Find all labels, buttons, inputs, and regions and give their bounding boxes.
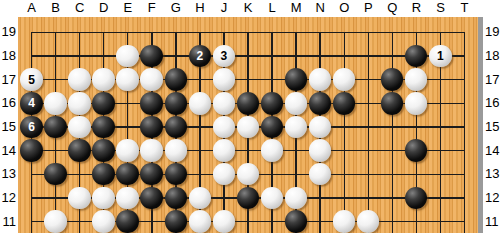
- stone-black[interactable]: [237, 92, 260, 115]
- stone-black[interactable]: [405, 45, 428, 68]
- board-intersection[interactable]: [19, 186, 43, 210]
- stone-white[interactable]: [189, 92, 212, 115]
- board-intersection[interactable]: [188, 210, 212, 233]
- board-intersection[interactable]: [68, 91, 92, 115]
- board-intersection[interactable]: [236, 68, 260, 92]
- board-intersection[interactable]: [332, 186, 356, 210]
- board-intersection[interactable]: [164, 210, 188, 233]
- board-intersection[interactable]: [19, 20, 43, 44]
- stone-black[interactable]: [285, 210, 308, 233]
- board-intersection[interactable]: [212, 20, 236, 44]
- board-intersection[interactable]: 6: [19, 115, 43, 139]
- board-intersection[interactable]: [308, 91, 332, 115]
- stone-black[interactable]: [44, 116, 67, 139]
- stone-black[interactable]: [237, 187, 260, 210]
- stone-black[interactable]: [405, 187, 428, 210]
- column-label: S: [429, 0, 453, 16]
- board-intersection[interactable]: [116, 162, 140, 186]
- stone-white[interactable]: [213, 139, 236, 162]
- stone-white[interactable]: [285, 116, 308, 139]
- stone-white[interactable]: [309, 139, 332, 162]
- board-intersection[interactable]: [44, 162, 68, 186]
- stone-black[interactable]: [92, 163, 115, 186]
- stone-white[interactable]: [92, 210, 115, 233]
- board-intersection[interactable]: [332, 115, 356, 139]
- board-intersection[interactable]: [44, 115, 68, 139]
- board-intersection[interactable]: [284, 139, 308, 163]
- board-intersection[interactable]: 4: [19, 91, 43, 115]
- board-intersection[interactable]: [236, 91, 260, 115]
- board-intersection[interactable]: [236, 44, 260, 68]
- column-label: K: [236, 0, 260, 16]
- board-intersection[interactable]: [332, 162, 356, 186]
- row-label-right: 12: [485, 190, 500, 206]
- board-intersection[interactable]: [260, 186, 284, 210]
- stone-white[interactable]: [189, 187, 212, 210]
- row-label-right: 17: [485, 72, 500, 88]
- stone-black[interactable]: [285, 68, 308, 91]
- board-intersection[interactable]: [44, 91, 68, 115]
- board-intersection[interactable]: [68, 44, 92, 68]
- board-intersection[interactable]: [92, 91, 116, 115]
- board-intersection[interactable]: [164, 162, 188, 186]
- board-intersection[interactable]: [188, 91, 212, 115]
- board-intersection[interactable]: [92, 44, 116, 68]
- column-label: D: [92, 0, 116, 16]
- board-intersection[interactable]: [332, 44, 356, 68]
- board-intersection[interactable]: [428, 186, 452, 210]
- board-intersection[interactable]: [332, 68, 356, 92]
- board-intersection[interactable]: [284, 162, 308, 186]
- board-intersection[interactable]: [284, 186, 308, 210]
- board-intersection[interactable]: [116, 68, 140, 92]
- stone-black[interactable]: [140, 92, 163, 115]
- board-intersection[interactable]: [428, 139, 452, 163]
- stone-white[interactable]: [213, 210, 236, 233]
- stone-black[interactable]: 6: [20, 116, 43, 139]
- stone-white[interactable]: [237, 163, 260, 186]
- board-intersection[interactable]: [92, 115, 116, 139]
- board-intersection[interactable]: [44, 139, 68, 163]
- board-intersection[interactable]: [236, 115, 260, 139]
- board-intersection[interactable]: [284, 115, 308, 139]
- stone-black[interactable]: [116, 163, 139, 186]
- stone-white[interactable]: [405, 92, 428, 115]
- board-intersection[interactable]: [19, 162, 43, 186]
- board-intersection[interactable]: [212, 91, 236, 115]
- board-intersection[interactable]: [260, 91, 284, 115]
- move-number: 4: [28, 97, 35, 109]
- column-label: P: [356, 0, 380, 16]
- board-intersection[interactable]: [356, 44, 380, 68]
- column-label: H: [188, 0, 212, 16]
- column-label: G: [164, 0, 188, 16]
- stone-black[interactable]: [261, 92, 284, 115]
- board-intersection[interactable]: [68, 20, 92, 44]
- board-intersection[interactable]: [68, 162, 92, 186]
- board-intersection[interactable]: [140, 68, 164, 92]
- stone-black[interactable]: [140, 187, 163, 210]
- board-intersection[interactable]: 1: [428, 44, 452, 68]
- board-intersection[interactable]: [380, 139, 404, 163]
- board-intersection[interactable]: [452, 44, 476, 68]
- stone-white[interactable]: [237, 116, 260, 139]
- board-intersection[interactable]: [188, 68, 212, 92]
- stone-white[interactable]: [261, 187, 284, 210]
- stone-white[interactable]: [405, 68, 428, 91]
- stone-white[interactable]: [309, 163, 332, 186]
- board-intersection[interactable]: [164, 186, 188, 210]
- board-intersection[interactable]: [188, 139, 212, 163]
- stone-white[interactable]: [213, 92, 236, 115]
- stone-white[interactable]: [116, 187, 139, 210]
- board-intersection[interactable]: [284, 210, 308, 233]
- board-intersection[interactable]: [212, 115, 236, 139]
- board-intersection[interactable]: [260, 210, 284, 233]
- stone-black[interactable]: [333, 92, 356, 115]
- board-intersection[interactable]: [356, 162, 380, 186]
- board-intersection[interactable]: [356, 210, 380, 233]
- board-intersection[interactable]: [308, 139, 332, 163]
- board-intersection[interactable]: 5: [19, 68, 43, 92]
- board-intersection[interactable]: [19, 139, 43, 163]
- board-intersection[interactable]: [452, 20, 476, 44]
- board-intersection[interactable]: [404, 115, 428, 139]
- stone-black[interactable]: [44, 163, 67, 186]
- board-intersection[interactable]: [404, 139, 428, 163]
- board-intersection[interactable]: [452, 91, 476, 115]
- board-edge-shadow: [478, 17, 484, 233]
- board-intersection[interactable]: [188, 162, 212, 186]
- board-intersection[interactable]: [116, 115, 140, 139]
- board-intersection[interactable]: [380, 115, 404, 139]
- board-intersection[interactable]: [212, 210, 236, 233]
- board-intersection[interactable]: [19, 210, 43, 233]
- board-intersection[interactable]: [116, 44, 140, 68]
- board-intersection[interactable]: [356, 115, 380, 139]
- stone-black[interactable]: [68, 139, 91, 162]
- board-intersection[interactable]: [212, 139, 236, 163]
- board-intersection[interactable]: [428, 68, 452, 92]
- row-label-left: 17: [0, 72, 16, 88]
- column-label: E: [116, 0, 140, 16]
- board-intersection[interactable]: [140, 44, 164, 68]
- stone-black[interactable]: [381, 92, 404, 115]
- board-intersection[interactable]: [404, 91, 428, 115]
- board-intersection[interactable]: [404, 162, 428, 186]
- stone-black[interactable]: [309, 92, 332, 115]
- board-intersection[interactable]: [260, 20, 284, 44]
- stone-white[interactable]: 1: [429, 45, 452, 68]
- board-intersection[interactable]: [92, 139, 116, 163]
- board-intersection[interactable]: [68, 115, 92, 139]
- board-intersection[interactable]: [68, 139, 92, 163]
- stone-white[interactable]: [68, 68, 91, 91]
- board-intersection[interactable]: [212, 162, 236, 186]
- board-intersection[interactable]: [332, 139, 356, 163]
- board-intersection[interactable]: [116, 139, 140, 163]
- stone-white[interactable]: [285, 187, 308, 210]
- move-number: 3: [221, 50, 228, 62]
- stone-white[interactable]: [333, 210, 356, 233]
- column-label: T: [453, 0, 477, 16]
- stone-black[interactable]: [165, 68, 188, 91]
- board-intersection[interactable]: [116, 186, 140, 210]
- stone-white[interactable]: [309, 68, 332, 91]
- board-intersection[interactable]: [140, 210, 164, 233]
- column-label: Q: [380, 0, 404, 16]
- board-intersection[interactable]: [188, 186, 212, 210]
- stone-white[interactable]: [285, 92, 308, 115]
- board-intersection[interactable]: [380, 162, 404, 186]
- board-intersection[interactable]: [212, 68, 236, 92]
- board-intersection[interactable]: [284, 44, 308, 68]
- column-label: O: [332, 0, 356, 16]
- board-intersection[interactable]: [92, 210, 116, 233]
- go-app-screenshot: ABCDEFGHJKLMNOPQRST191918181717161615151…: [0, 0, 500, 233]
- stone-white[interactable]: [44, 92, 67, 115]
- row-label-left: 18: [0, 48, 16, 64]
- stone-black[interactable]: [165, 92, 188, 115]
- stone-white[interactable]: [116, 68, 139, 91]
- board-intersection[interactable]: [188, 20, 212, 44]
- board-intersection[interactable]: [92, 186, 116, 210]
- row-label-left: 16: [0, 95, 16, 111]
- stone-black[interactable]: [165, 210, 188, 233]
- board-intersection[interactable]: [44, 210, 68, 233]
- column-label: B: [44, 0, 68, 16]
- board-intersection[interactable]: [140, 91, 164, 115]
- board-intersection[interactable]: [164, 91, 188, 115]
- row-label-left: 12: [0, 190, 16, 206]
- board-intersection[interactable]: [260, 162, 284, 186]
- board-intersection[interactable]: [92, 20, 116, 44]
- row-label-right: 11: [485, 214, 500, 230]
- stone-white[interactable]: [140, 139, 163, 162]
- stone-white[interactable]: [261, 139, 284, 162]
- stone-black[interactable]: [140, 116, 163, 139]
- stone-white[interactable]: [116, 139, 139, 162]
- board-intersection[interactable]: [428, 162, 452, 186]
- board-intersection[interactable]: [404, 210, 428, 233]
- stone-white[interactable]: [213, 163, 236, 186]
- row-label-left: 11: [0, 214, 16, 230]
- row-label-right: 15: [485, 119, 500, 135]
- board-intersection[interactable]: [308, 162, 332, 186]
- column-label: F: [140, 0, 164, 16]
- row-label-left: 15: [0, 119, 16, 135]
- stone-black[interactable]: [140, 45, 163, 68]
- board-intersection[interactable]: [188, 115, 212, 139]
- row-label-right: 13: [485, 166, 500, 182]
- column-label: C: [68, 0, 92, 16]
- stone-white[interactable]: [68, 92, 91, 115]
- board-intersection[interactable]: [332, 91, 356, 115]
- board-intersection[interactable]: [164, 68, 188, 92]
- board-intersection[interactable]: [380, 68, 404, 92]
- board-intersection[interactable]: [44, 20, 68, 44]
- stone-white[interactable]: [68, 187, 91, 210]
- row-label-left: 19: [0, 24, 16, 40]
- board-intersection[interactable]: [356, 68, 380, 92]
- board-intersection[interactable]: [260, 139, 284, 163]
- board-intersection[interactable]: [92, 68, 116, 92]
- board-intersection[interactable]: [452, 139, 476, 163]
- board-intersection[interactable]: [44, 68, 68, 92]
- board-intersection[interactable]: [164, 20, 188, 44]
- stone-black[interactable]: 4: [20, 92, 43, 115]
- board-intersection[interactable]: [452, 210, 476, 233]
- stone-white[interactable]: [213, 68, 236, 91]
- board-intersection[interactable]: [68, 68, 92, 92]
- column-label: N: [308, 0, 332, 16]
- board-intersection[interactable]: [236, 139, 260, 163]
- board-intersection[interactable]: [428, 20, 452, 44]
- board-intersection[interactable]: [356, 186, 380, 210]
- column-label: J: [212, 0, 236, 16]
- board-intersection[interactable]: [68, 186, 92, 210]
- board-intersection[interactable]: [284, 91, 308, 115]
- board-intersection[interactable]: [164, 115, 188, 139]
- board-intersection[interactable]: [116, 91, 140, 115]
- board-intersection[interactable]: [140, 20, 164, 44]
- stone-black[interactable]: [20, 139, 43, 162]
- stone-white[interactable]: [92, 187, 115, 210]
- board-intersection[interactable]: [116, 210, 140, 233]
- stone-black[interactable]: [92, 139, 115, 162]
- stone-white[interactable]: [44, 210, 67, 233]
- stone-white[interactable]: [357, 210, 380, 233]
- row-label-left: 13: [0, 166, 16, 182]
- board-intersection[interactable]: [308, 44, 332, 68]
- board-intersection[interactable]: [380, 186, 404, 210]
- board-intersection[interactable]: [356, 20, 380, 44]
- board-intersection[interactable]: [308, 20, 332, 44]
- board-intersection[interactable]: [356, 91, 380, 115]
- board-intersection[interactable]: [164, 44, 188, 68]
- board-intersection[interactable]: [164, 139, 188, 163]
- board-intersection[interactable]: [140, 186, 164, 210]
- stone-black[interactable]: [405, 139, 428, 162]
- board-intersection[interactable]: [356, 139, 380, 163]
- board-intersection[interactable]: [452, 186, 476, 210]
- move-number: 6: [28, 121, 35, 133]
- stone-black[interactable]: [381, 68, 404, 91]
- board-intersection[interactable]: [236, 20, 260, 44]
- move-number: 1: [437, 50, 444, 62]
- stone-white[interactable]: [189, 210, 212, 233]
- board-intersection[interactable]: [308, 210, 332, 233]
- board-intersection[interactable]: [284, 68, 308, 92]
- board-intersection[interactable]: [380, 44, 404, 68]
- board-intersection[interactable]: [452, 162, 476, 186]
- board-intersection[interactable]: [140, 139, 164, 163]
- stone-white[interactable]: 5: [20, 68, 43, 91]
- stone-black[interactable]: [116, 210, 139, 233]
- board-intersection[interactable]: [92, 162, 116, 186]
- board-intersection[interactable]: [380, 210, 404, 233]
- board-intersection[interactable]: [428, 91, 452, 115]
- board-intersection[interactable]: [116, 20, 140, 44]
- row-label-right: 14: [485, 143, 500, 159]
- stone-white[interactable]: 3: [213, 45, 236, 68]
- board-intersection[interactable]: [452, 115, 476, 139]
- stone-black[interactable]: [165, 187, 188, 210]
- move-number: 2: [196, 50, 203, 62]
- stone-black[interactable]: [165, 163, 188, 186]
- board-intersection[interactable]: [260, 68, 284, 92]
- stone-black[interactable]: [92, 92, 115, 115]
- board-intersection[interactable]: [332, 210, 356, 233]
- board-intersection[interactable]: 3: [212, 44, 236, 68]
- board-intersection[interactable]: [236, 210, 260, 233]
- board-intersection[interactable]: 2: [188, 44, 212, 68]
- board-intersection[interactable]: [44, 186, 68, 210]
- board-intersection[interactable]: [332, 20, 356, 44]
- stone-black[interactable]: [92, 116, 115, 139]
- row-label-right: 16: [485, 95, 500, 111]
- move-number: 5: [28, 74, 35, 86]
- row-label-right: 19: [485, 24, 500, 40]
- stone-black[interactable]: 2: [189, 45, 212, 68]
- board-intersection[interactable]: [260, 44, 284, 68]
- stone-white[interactable]: [92, 68, 115, 91]
- stone-white[interactable]: [116, 45, 139, 68]
- stones-layer: 231546: [19, 20, 476, 233]
- board-intersection[interactable]: [308, 115, 332, 139]
- board-intersection[interactable]: [308, 186, 332, 210]
- board-intersection[interactable]: [452, 68, 476, 92]
- board-intersection[interactable]: [428, 210, 452, 233]
- board-intersection[interactable]: [260, 115, 284, 139]
- column-label: R: [404, 0, 428, 16]
- stone-white[interactable]: [309, 116, 332, 139]
- row-label-right: 18: [485, 48, 500, 64]
- stone-black[interactable]: [261, 116, 284, 139]
- board-intersection[interactable]: [308, 68, 332, 92]
- column-label: L: [260, 0, 284, 16]
- board-intersection[interactable]: [44, 44, 68, 68]
- board-intersection[interactable]: [212, 186, 236, 210]
- stone-black[interactable]: [140, 163, 163, 186]
- board-intersection[interactable]: [236, 162, 260, 186]
- board-intersection[interactable]: [380, 20, 404, 44]
- board-intersection[interactable]: [404, 20, 428, 44]
- column-label: A: [20, 0, 44, 16]
- stone-white[interactable]: [333, 68, 356, 91]
- board-intersection[interactable]: [284, 20, 308, 44]
- board-intersection[interactable]: [380, 91, 404, 115]
- row-label-left: 14: [0, 143, 16, 159]
- stone-black[interactable]: [165, 116, 188, 139]
- stone-white[interactable]: [68, 116, 91, 139]
- board-intersection[interactable]: [404, 68, 428, 92]
- board-intersection[interactable]: [140, 162, 164, 186]
- stone-white[interactable]: [165, 139, 188, 162]
- board-intersection[interactable]: [428, 115, 452, 139]
- column-label: M: [284, 0, 308, 16]
- board-intersection[interactable]: [68, 210, 92, 233]
- board-intersection[interactable]: [140, 115, 164, 139]
- board-intersection[interactable]: [404, 186, 428, 210]
- board-intersection[interactable]: [236, 186, 260, 210]
- stone-white[interactable]: [213, 116, 236, 139]
- board-intersection[interactable]: [19, 44, 43, 68]
- stone-white[interactable]: [140, 68, 163, 91]
- board-intersection[interactable]: [404, 44, 428, 68]
